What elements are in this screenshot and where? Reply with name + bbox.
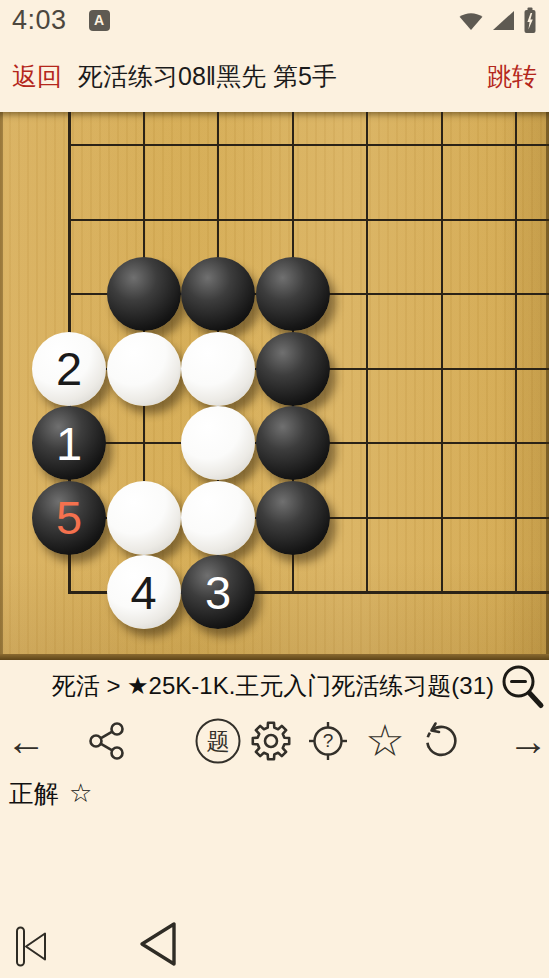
move-number: 5 [56,494,82,541]
back-arrow-icon[interactable]: ← [6,721,46,761]
bottom-navigation [0,886,549,978]
jump-button[interactable]: 跳转 [487,60,537,93]
breadcrumb: 死活 > ★25K-1K.王元入门死活练习题(31) [52,670,494,702]
settings-gear-icon[interactable] [250,720,292,762]
black-stone-move-3: 3 [181,555,255,629]
cellular-signal-icon [493,11,514,30]
problem-icon[interactable]: 题 [196,719,241,764]
move-number: 3 [205,569,231,616]
grid-horizontal-line [68,144,549,146]
step-back-icon[interactable] [131,915,189,973]
grid-vertical-line [366,112,368,594]
black-stone [256,332,330,406]
black-stone [256,257,330,331]
black-stone [181,257,255,331]
wifi-icon [458,9,484,31]
white-stone [107,332,181,406]
input-method-badge: A [89,10,110,31]
board-edge-left [0,112,3,660]
result-row: 正解 ☆ [0,770,549,816]
white-stone [181,406,255,480]
battery-charging-icon [523,7,537,34]
white-stone [107,481,181,555]
svg-text:?: ? [323,730,334,751]
grid-vertical-line [515,112,517,594]
problem-breadcrumb-row: 死活 > ★25K-1K.王元入门死活练习题(31) [0,660,549,712]
result-label: 正解 [9,777,59,810]
move-number: 2 [56,345,82,392]
forward-arrow-icon[interactable]: → [508,721,548,761]
black-stone-move-5: 5 [32,481,106,555]
white-stone-move-2: 2 [32,332,106,406]
black-stone [256,481,330,555]
white-stone-move-4: 4 [107,555,181,629]
share-icon[interactable] [88,721,126,761]
back-button[interactable]: 返回 [12,60,62,93]
header-bar: 返回 死活练习08‖黑先 第5手 跳转 [0,40,549,112]
zoom-out-icon[interactable] [499,662,546,710]
page-title: 死活练习08‖黑先 第5手 [78,60,337,93]
statusbar-icons [458,7,537,34]
reset-refresh-icon[interactable] [420,721,460,761]
clock: 4:03 [12,5,67,36]
black-stone [256,406,330,480]
hint-help-icon[interactable]: ? [307,720,349,762]
result-star-icon: ☆ [69,778,92,809]
board-edge-bottom [0,654,549,660]
favorite-star-icon[interactable]: ☆ [365,719,404,763]
move-number: 4 [130,569,156,616]
grid-vertical-line [441,112,443,594]
white-stone [181,481,255,555]
move-number: 1 [56,420,82,467]
black-stone [107,257,181,331]
black-stone-move-1: 1 [32,406,106,480]
toolbar: ← 题 ? ☆ → [0,712,549,770]
white-stone [181,332,255,406]
grid-horizontal-line [68,219,549,221]
status-bar: 4:03 A [0,0,549,40]
skip-to-start-icon[interactable] [15,925,49,968]
go-board[interactable]: 21543 [0,112,549,660]
